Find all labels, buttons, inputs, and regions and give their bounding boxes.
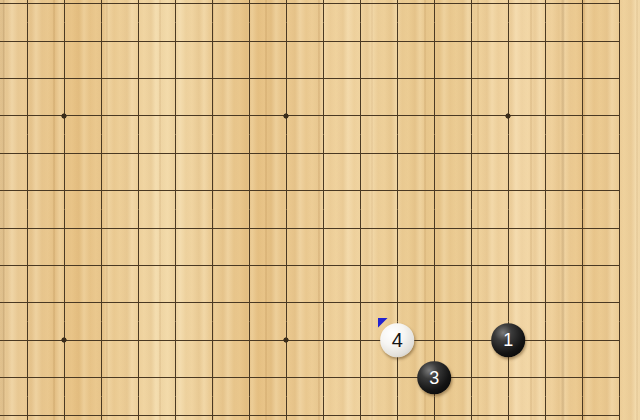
intersection-M10[interactable]	[342, 97, 379, 134]
intersection-F3[interactable]	[120, 359, 157, 396]
intersection-N12[interactable]	[379, 23, 416, 60]
intersection-P7[interactable]	[453, 210, 490, 247]
intersection-K12[interactable]	[268, 23, 305, 60]
intersection-P9[interactable]	[453, 135, 490, 172]
intersection-Q3[interactable]	[490, 359, 527, 396]
intersection-E2[interactable]	[83, 397, 120, 420]
intersection-N11[interactable]	[379, 60, 416, 97]
intersection-E7[interactable]	[83, 210, 120, 247]
intersection-T6[interactable]	[601, 247, 638, 284]
intersection-J2[interactable]	[231, 397, 268, 420]
intersection-M5[interactable]	[342, 284, 379, 321]
intersection-G2[interactable]	[157, 397, 194, 420]
intersection-N2[interactable]	[379, 397, 416, 420]
intersection-J8[interactable]	[231, 172, 268, 209]
intersection-L2[interactable]	[305, 397, 342, 420]
intersection-O9[interactable]	[416, 135, 453, 172]
intersection-K8[interactable]	[268, 172, 305, 209]
intersection-B4[interactable]	[0, 322, 9, 359]
intersection-D4[interactable]	[46, 322, 83, 359]
intersection-R6[interactable]	[527, 247, 564, 284]
intersection-B7[interactable]	[0, 210, 9, 247]
intersection-S2[interactable]	[564, 397, 601, 420]
intersection-O2[interactable]	[416, 397, 453, 420]
intersection-P11[interactable]	[453, 60, 490, 97]
intersection-J11[interactable]	[231, 60, 268, 97]
intersection-H12[interactable]	[194, 23, 231, 60]
intersection-C12[interactable]	[9, 23, 46, 60]
intersection-J4[interactable]	[231, 322, 268, 359]
intersection-S4[interactable]	[564, 322, 601, 359]
intersection-T10[interactable]	[601, 97, 638, 134]
intersection-R3[interactable]	[527, 359, 564, 396]
intersection-E12[interactable]	[83, 23, 120, 60]
intersection-P4[interactable]	[453, 322, 490, 359]
intersection-C9[interactable]	[9, 135, 46, 172]
stone-number: 1	[503, 331, 513, 349]
intersection-N10[interactable]	[379, 97, 416, 134]
intersection-F10[interactable]	[120, 97, 157, 134]
intersection-E10[interactable]	[83, 97, 120, 134]
intersection-J5[interactable]	[231, 284, 268, 321]
intersection-H2[interactable]	[194, 397, 231, 420]
intersection-M13[interactable]	[342, 0, 379, 23]
intersection-M11[interactable]	[342, 60, 379, 97]
intersection-P12[interactable]	[453, 23, 490, 60]
intersection-B6[interactable]	[0, 247, 9, 284]
intersection-Q6[interactable]	[490, 247, 527, 284]
intersection-O5[interactable]	[416, 284, 453, 321]
intersection-M2[interactable]	[342, 397, 379, 420]
intersection-L11[interactable]	[305, 60, 342, 97]
intersection-P3[interactable]	[453, 359, 490, 396]
intersection-K2[interactable]	[268, 397, 305, 420]
intersection-G12[interactable]	[157, 23, 194, 60]
intersection-R8[interactable]	[527, 172, 564, 209]
intersection-K13[interactable]	[268, 0, 305, 23]
intersection-B10[interactable]	[0, 97, 9, 134]
intersection-D5[interactable]	[46, 284, 83, 321]
intersection-S8[interactable]	[564, 172, 601, 209]
intersection-O3[interactable]: 3	[416, 359, 453, 396]
intersection-B5[interactable]	[0, 284, 9, 321]
intersection-S5[interactable]	[564, 284, 601, 321]
intersection-J12[interactable]	[231, 23, 268, 60]
intersection-L3[interactable]	[305, 359, 342, 396]
intersection-F12[interactable]	[120, 23, 157, 60]
intersection-E4[interactable]	[83, 322, 120, 359]
intersection-N7[interactable]	[379, 210, 416, 247]
intersection-B12[interactable]	[0, 23, 9, 60]
intersection-T2[interactable]	[601, 397, 638, 420]
intersection-K9[interactable]	[268, 135, 305, 172]
intersection-F2[interactable]	[120, 397, 157, 420]
intersection-H5[interactable]	[194, 284, 231, 321]
intersection-S10[interactable]	[564, 97, 601, 134]
intersection-C7[interactable]	[9, 210, 46, 247]
intersection-K6[interactable]	[268, 247, 305, 284]
intersection-S12[interactable]	[564, 23, 601, 60]
intersection-K10[interactable]	[268, 97, 305, 134]
intersection-G11[interactable]	[157, 60, 194, 97]
intersection-E3[interactable]	[83, 359, 120, 396]
intersection-N5[interactable]	[379, 284, 416, 321]
intersection-T7[interactable]	[601, 210, 638, 247]
intersection-E8[interactable]	[83, 172, 120, 209]
intersection-L10[interactable]	[305, 97, 342, 134]
intersection-D9[interactable]	[46, 135, 83, 172]
intersection-L4[interactable]	[305, 322, 342, 359]
intersection-M6[interactable]	[342, 247, 379, 284]
intersection-L13[interactable]	[305, 0, 342, 23]
intersection-F6[interactable]	[120, 247, 157, 284]
intersection-Q5[interactable]	[490, 284, 527, 321]
intersection-O10[interactable]	[416, 97, 453, 134]
intersection-B3[interactable]	[0, 359, 9, 396]
intersection-S11[interactable]	[564, 60, 601, 97]
intersection-P2[interactable]	[453, 397, 490, 420]
intersection-H10[interactable]	[194, 97, 231, 134]
intersection-D8[interactable]	[46, 172, 83, 209]
intersection-D11[interactable]	[46, 60, 83, 97]
intersection-R10[interactable]	[527, 97, 564, 134]
intersection-T3[interactable]	[601, 359, 638, 396]
intersection-R11[interactable]	[527, 60, 564, 97]
intersection-G6[interactable]	[157, 247, 194, 284]
intersection-S6[interactable]	[564, 247, 601, 284]
intersection-K4[interactable]	[268, 322, 305, 359]
intersection-M3[interactable]	[342, 359, 379, 396]
intersection-L7[interactable]	[305, 210, 342, 247]
intersection-O13[interactable]	[416, 0, 453, 23]
intersection-G5[interactable]	[157, 284, 194, 321]
intersection-T5[interactable]	[601, 284, 638, 321]
intersection-R13[interactable]	[527, 0, 564, 23]
intersection-C11[interactable]	[9, 60, 46, 97]
intersection-H6[interactable]	[194, 247, 231, 284]
intersection-P13[interactable]	[453, 0, 490, 23]
intersection-B8[interactable]	[0, 172, 9, 209]
intersection-Q12[interactable]	[490, 23, 527, 60]
intersection-G9[interactable]	[157, 135, 194, 172]
intersection-H4[interactable]	[194, 322, 231, 359]
intersection-E9[interactable]	[83, 135, 120, 172]
intersection-D10[interactable]	[46, 97, 83, 134]
intersection-Q11[interactable]	[490, 60, 527, 97]
intersection-O8[interactable]	[416, 172, 453, 209]
intersection-F9[interactable]	[120, 135, 157, 172]
intersection-F8[interactable]	[120, 172, 157, 209]
intersection-H13[interactable]	[194, 0, 231, 23]
intersection-M9[interactable]	[342, 135, 379, 172]
intersection-F11[interactable]	[120, 60, 157, 97]
intersection-R5[interactable]	[527, 284, 564, 321]
intersection-O6[interactable]	[416, 247, 453, 284]
intersection-Q9[interactable]	[490, 135, 527, 172]
intersection-B2[interactable]	[0, 397, 9, 420]
intersection-P6[interactable]	[453, 247, 490, 284]
intersection-H8[interactable]	[194, 172, 231, 209]
intersection-N8[interactable]	[379, 172, 416, 209]
intersection-O12[interactable]	[416, 23, 453, 60]
intersection-R7[interactable]	[527, 210, 564, 247]
stone-number: 3	[429, 368, 439, 386]
intersection-C2[interactable]	[9, 397, 46, 420]
intersection-J6[interactable]	[231, 247, 268, 284]
intersection-E13[interactable]	[83, 0, 120, 23]
intersection-D13[interactable]	[46, 0, 83, 23]
intersection-J7[interactable]	[231, 210, 268, 247]
intersection-D6[interactable]	[46, 247, 83, 284]
intersection-G7[interactable]	[157, 210, 194, 247]
intersection-T4[interactable]	[601, 322, 638, 359]
intersection-G3[interactable]	[157, 359, 194, 396]
intersection-R4[interactable]	[527, 322, 564, 359]
intersection-N13[interactable]	[379, 0, 416, 23]
intersection-M7[interactable]	[342, 210, 379, 247]
intersection-F13[interactable]	[120, 0, 157, 23]
black-stone-1: 1	[492, 324, 526, 358]
intersection-H3[interactable]	[194, 359, 231, 396]
intersection-D3[interactable]	[46, 359, 83, 396]
intersection-B11[interactable]	[0, 60, 9, 97]
intersection-F7[interactable]	[120, 210, 157, 247]
intersection-J13[interactable]	[231, 0, 268, 23]
intersection-K5[interactable]	[268, 284, 305, 321]
intersection-F4[interactable]	[120, 322, 157, 359]
intersection-N6[interactable]	[379, 247, 416, 284]
intersection-T8[interactable]	[601, 172, 638, 209]
intersection-O11[interactable]	[416, 60, 453, 97]
intersection-P8[interactable]	[453, 172, 490, 209]
intersection-L8[interactable]	[305, 172, 342, 209]
intersection-D2[interactable]	[46, 397, 83, 420]
intersection-T12[interactable]	[601, 23, 638, 60]
intersection-D7[interactable]	[46, 210, 83, 247]
intersection-E11[interactable]	[83, 60, 120, 97]
intersection-K3[interactable]	[268, 359, 305, 396]
intersection-B13[interactable]	[0, 0, 9, 23]
white-stone-4: 4	[381, 324, 415, 358]
intersection-Q4[interactable]: 1	[490, 322, 527, 359]
intersection-L5[interactable]	[305, 284, 342, 321]
go-board: 413	[0, 0, 638, 420]
intersection-B9[interactable]	[0, 135, 9, 172]
intersection-O7[interactable]	[416, 210, 453, 247]
intersection-E5[interactable]	[83, 284, 120, 321]
stone-number: 4	[392, 330, 403, 350]
intersection-G8[interactable]	[157, 172, 194, 209]
black-stone-3: 3	[418, 361, 452, 395]
intersection-R12[interactable]	[527, 23, 564, 60]
intersection-H9[interactable]	[194, 135, 231, 172]
intersection-C5[interactable]	[9, 284, 46, 321]
intersection-S3[interactable]	[564, 359, 601, 396]
intersection-N4[interactable]: 4	[379, 322, 416, 359]
intersection-Q13[interactable]	[490, 0, 527, 23]
intersection-Q10[interactable]	[490, 97, 527, 134]
intersection-H11[interactable]	[194, 60, 231, 97]
intersection-O4[interactable]	[416, 322, 453, 359]
intersection-T9[interactable]	[601, 135, 638, 172]
intersection-R2[interactable]	[527, 397, 564, 420]
intersection-M4[interactable]	[342, 322, 379, 359]
intersection-C4[interactable]	[9, 322, 46, 359]
intersection-C6[interactable]	[9, 247, 46, 284]
intersection-N9[interactable]	[379, 135, 416, 172]
intersection-J3[interactable]	[231, 359, 268, 396]
intersection-D12[interactable]	[46, 23, 83, 60]
intersection-T11[interactable]	[601, 60, 638, 97]
intersection-S13[interactable]	[564, 0, 601, 23]
intersection-L9[interactable]	[305, 135, 342, 172]
go-board-viewport: 413	[0, 0, 640, 420]
intersection-L6[interactable]	[305, 247, 342, 284]
intersection-C10[interactable]	[9, 97, 46, 134]
intersection-R9[interactable]	[527, 135, 564, 172]
intersection-C13[interactable]	[9, 0, 46, 23]
intersection-C8[interactable]	[9, 172, 46, 209]
intersection-M12[interactable]	[342, 23, 379, 60]
intersection-G10[interactable]	[157, 97, 194, 134]
intersection-Q2[interactable]	[490, 397, 527, 420]
intersection-C3[interactable]	[9, 359, 46, 396]
intersection-L12[interactable]	[305, 23, 342, 60]
intersection-P5[interactable]	[453, 284, 490, 321]
intersection-K11[interactable]	[268, 60, 305, 97]
intersection-Q8[interactable]	[490, 172, 527, 209]
intersection-H7[interactable]	[194, 210, 231, 247]
intersection-M8[interactable]	[342, 172, 379, 209]
intersection-S9[interactable]	[564, 135, 601, 172]
intersection-N3[interactable]	[379, 359, 416, 396]
intersection-J9[interactable]	[231, 135, 268, 172]
intersection-T13[interactable]	[601, 0, 638, 23]
intersection-F5[interactable]	[120, 284, 157, 321]
intersection-J10[interactable]	[231, 97, 268, 134]
intersection-E6[interactable]	[83, 247, 120, 284]
intersection-K7[interactable]	[268, 210, 305, 247]
intersection-G4[interactable]	[157, 322, 194, 359]
intersection-S7[interactable]	[564, 210, 601, 247]
intersection-P10[interactable]	[453, 97, 490, 134]
intersection-G13[interactable]	[157, 0, 194, 23]
intersection-Q7[interactable]	[490, 210, 527, 247]
